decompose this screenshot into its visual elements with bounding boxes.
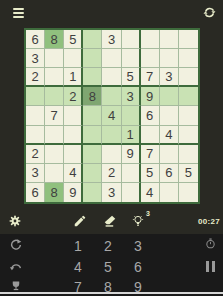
cell-r2c3[interactable] — [64, 49, 83, 68]
cell-r4c5[interactable] — [102, 87, 121, 106]
numpad-1[interactable]: 1 — [68, 236, 88, 256]
sudoku-board: 685332157328397461429734256568934 — [24, 28, 200, 204]
cell-r6c3[interactable] — [64, 126, 83, 145]
numpad-panel: 1 2 3 4 5 6 7 8 9 — [0, 234, 223, 296]
cell-r9c7[interactable]: 4 — [141, 183, 160, 202]
pause-icon[interactable] — [206, 261, 215, 272]
cell-r7c8[interactable] — [160, 145, 179, 164]
cell-r3c4[interactable] — [83, 68, 102, 87]
cell-r8c7[interactable]: 5 — [141, 164, 160, 183]
cell-r1c5[interactable]: 3 — [102, 30, 121, 49]
stopwatch-icon[interactable] — [205, 238, 216, 249]
cell-r3c7[interactable]: 7 — [141, 68, 160, 87]
cell-r3c5[interactable] — [102, 68, 121, 87]
pencil-icon[interactable] — [73, 214, 87, 228]
cell-r6c5[interactable] — [102, 126, 121, 145]
cell-r5c3[interactable] — [64, 106, 83, 125]
cell-r3c8[interactable]: 3 — [160, 68, 179, 87]
cell-r1c7[interactable] — [141, 30, 160, 49]
cell-r5c8[interactable] — [160, 106, 179, 125]
cell-r4c7[interactable]: 9 — [141, 87, 160, 106]
cell-r8c6[interactable] — [122, 164, 141, 183]
cell-r5c7[interactable]: 6 — [141, 106, 160, 125]
cell-r2c8[interactable] — [160, 49, 179, 68]
cell-r6c9[interactable] — [179, 126, 198, 145]
cell-r9c3[interactable]: 9 — [64, 183, 83, 202]
numpad-3[interactable]: 3 — [128, 236, 148, 256]
cell-r4c3[interactable]: 2 — [64, 87, 83, 106]
refresh-icon[interactable] — [203, 6, 216, 19]
menu-icon[interactable] — [13, 8, 24, 18]
timer: 00:27 — [198, 217, 220, 226]
cell-r6c7[interactable] — [141, 126, 160, 145]
cell-r2c2[interactable] — [45, 49, 64, 68]
eraser-icon[interactable] — [103, 214, 117, 228]
cell-r6c4[interactable] — [83, 126, 102, 145]
cell-r1c8[interactable] — [160, 30, 179, 49]
cell-r6c2[interactable] — [45, 126, 64, 145]
cell-r2c1[interactable]: 3 — [26, 49, 45, 68]
settings-icon[interactable] — [8, 214, 22, 228]
cell-r9c8[interactable] — [160, 183, 179, 202]
cell-r1c4[interactable] — [83, 30, 102, 49]
cell-r2c5[interactable] — [102, 49, 121, 68]
cell-r4c4[interactable]: 8 — [83, 87, 102, 106]
cell-r4c9[interactable] — [179, 87, 198, 106]
cell-r9c1[interactable]: 6 — [26, 183, 45, 202]
cell-r7c1[interactable]: 2 — [26, 145, 45, 164]
cell-r6c6[interactable]: 1 — [122, 126, 141, 145]
cell-r1c3[interactable]: 5 — [64, 30, 83, 49]
sudoku-app: 685332157328397461429734256568934 — [0, 0, 223, 296]
cell-r2c4[interactable] — [83, 49, 102, 68]
cell-r1c2[interactable]: 8 — [45, 30, 64, 49]
cell-r3c3[interactable]: 1 — [64, 68, 83, 87]
cell-r7c3[interactable] — [64, 145, 83, 164]
cell-r8c5[interactable]: 2 — [102, 164, 121, 183]
cell-r9c5[interactable]: 3 — [102, 183, 121, 202]
cell-r3c1[interactable]: 2 — [26, 68, 45, 87]
cell-r3c6[interactable]: 5 — [122, 68, 141, 87]
redo-icon[interactable] — [9, 238, 23, 252]
numpad-2[interactable]: 2 — [98, 236, 118, 256]
cell-r7c4[interactable] — [83, 145, 102, 164]
cell-r7c6[interactable]: 9 — [122, 145, 141, 164]
trophy-icon[interactable] — [10, 280, 22, 292]
cell-r2c6[interactable] — [122, 49, 141, 68]
top-bar — [0, 0, 223, 28]
cell-r5c2[interactable]: 7 — [45, 106, 64, 125]
cell-r8c3[interactable]: 4 — [64, 164, 83, 183]
toolbar: 3 00:27 — [0, 207, 223, 234]
cell-r2c9[interactable] — [179, 49, 198, 68]
hint-count-badge: 3 — [146, 210, 150, 217]
cell-r7c7[interactable]: 7 — [141, 145, 160, 164]
cell-r7c9[interactable] — [179, 145, 198, 164]
numpad-6[interactable]: 6 — [128, 257, 148, 277]
cell-r4c6[interactable]: 3 — [122, 87, 141, 106]
cell-r6c1[interactable] — [26, 126, 45, 145]
cell-r5c9[interactable] — [179, 106, 198, 125]
cell-r9c2[interactable]: 8 — [45, 183, 64, 202]
cell-r4c1[interactable] — [26, 87, 45, 106]
cell-r4c2[interactable] — [45, 87, 64, 106]
cell-r7c5[interactable] — [102, 145, 121, 164]
cell-r3c2[interactable] — [45, 68, 64, 87]
cell-r9c4[interactable] — [83, 183, 102, 202]
cell-r3c9[interactable] — [179, 68, 198, 87]
cell-r5c6[interactable] — [122, 106, 141, 125]
cell-r1c1[interactable]: 6 — [26, 30, 45, 49]
numpad-5[interactable]: 5 — [98, 257, 118, 277]
cell-r4c8[interactable] — [160, 87, 179, 106]
cell-r8c2[interactable] — [45, 164, 64, 183]
numpad-4[interactable]: 4 — [68, 257, 88, 277]
cell-r9c9[interactable] — [179, 183, 198, 202]
cell-r8c9[interactable]: 5 — [179, 164, 198, 183]
hint-icon[interactable] — [131, 214, 145, 228]
cell-r8c8[interactable]: 6 — [160, 164, 179, 183]
cell-r5c4[interactable] — [83, 106, 102, 125]
cell-r8c1[interactable]: 3 — [26, 164, 45, 183]
cell-r6c8[interactable]: 4 — [160, 126, 179, 145]
cell-r5c5[interactable]: 4 — [102, 106, 121, 125]
cell-r5c1[interactable] — [26, 106, 45, 125]
cell-r7c2[interactable] — [45, 145, 64, 164]
undo-icon[interactable] — [9, 260, 23, 274]
cell-r2c7[interactable] — [141, 49, 160, 68]
cell-r9c6[interactable] — [122, 183, 141, 202]
cell-r1c6[interactable] — [122, 30, 141, 49]
cell-r8c4[interactable] — [83, 164, 102, 183]
cell-r1c9[interactable] — [179, 30, 198, 49]
bottom-divider — [0, 292, 223, 294]
